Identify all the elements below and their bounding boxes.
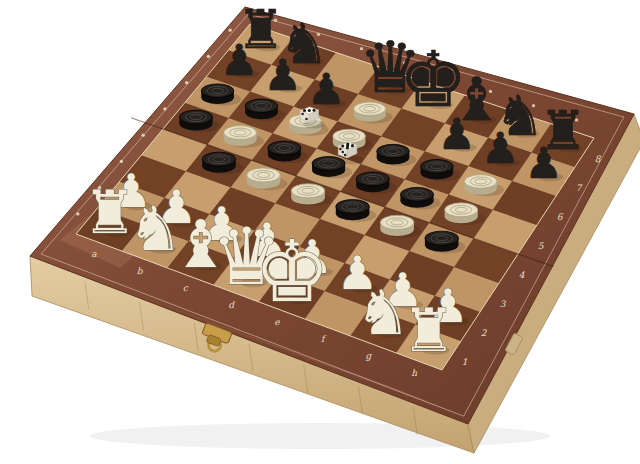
- inlay-dot: [120, 160, 123, 163]
- black-pawn-h7[interactable]: ♟: [525, 138, 563, 188]
- white-rook-h1[interactable]: ♜: [402, 296, 455, 365]
- inlay-dot: [141, 133, 144, 136]
- inlay-dot: [76, 212, 79, 215]
- white-king-e1[interactable]: ♚: [254, 222, 330, 321]
- inlay-dot: [185, 81, 188, 84]
- black-pawn-g7[interactable]: ♟: [481, 123, 519, 173]
- file-label-h: h: [411, 368, 417, 378]
- black-pawn-a7[interactable]: ♟: [220, 35, 258, 85]
- black-pawn-b7[interactable]: ♟: [263, 50, 301, 100]
- file-label-a: a: [91, 249, 97, 259]
- rank-label-1: 1: [462, 357, 468, 367]
- inlay-dot: [228, 28, 231, 31]
- rank-label-4: 4: [519, 270, 525, 280]
- chess-board: abcdefgh12345678♜♞♟♟♛♟♚♝♞♟♜♟♟♟♟♜♟♞♟♝♟♛♟♚…: [0, 0, 640, 464]
- black-pawn-c7[interactable]: ♟: [307, 64, 345, 114]
- inlay-dot: [163, 107, 166, 110]
- black-pawn-f7[interactable]: ♟: [438, 109, 476, 159]
- inlay-dot: [207, 55, 210, 58]
- chess-set-product-photo: abcdefgh12345678♜♞♟♟♛♟♚♝♞♟♜♟♟♟♟♜♟♞♟♝♟♛♟♚…: [0, 0, 640, 464]
